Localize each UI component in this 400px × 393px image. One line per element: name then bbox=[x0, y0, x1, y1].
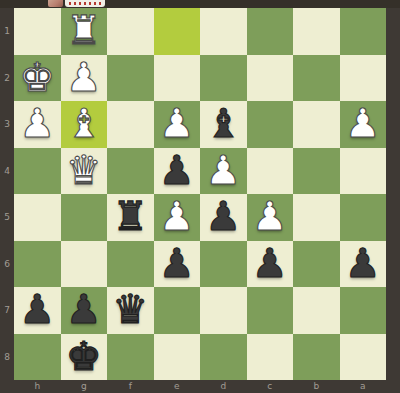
square-f5[interactable]: ♜ bbox=[107, 194, 154, 241]
square-g2[interactable]: ♟ bbox=[61, 55, 108, 102]
square-b7[interactable] bbox=[293, 287, 340, 334]
square-g1[interactable]: ♜ bbox=[61, 8, 108, 55]
square-f4[interactable] bbox=[107, 148, 154, 195]
white-pawn-c5[interactable]: ♟ bbox=[252, 196, 288, 236]
square-f6[interactable] bbox=[107, 241, 154, 288]
square-b4[interactable] bbox=[293, 148, 340, 195]
square-c2[interactable] bbox=[247, 55, 294, 102]
player-avatar-icon[interactable] bbox=[48, 0, 63, 7]
black-bishop-d3[interactable]: ♝ bbox=[205, 103, 241, 143]
player-clock-badge bbox=[65, 0, 105, 7]
square-e6[interactable]: ♟ bbox=[154, 241, 201, 288]
white-pawn-e3[interactable]: ♟ bbox=[159, 103, 195, 143]
file-label-h: h bbox=[14, 380, 61, 393]
rank-label-1: 1 bbox=[0, 8, 14, 55]
square-c5[interactable]: ♟ bbox=[247, 194, 294, 241]
square-e4[interactable]: ♟ bbox=[154, 148, 201, 195]
file-coordinates: hgfedcba bbox=[0, 380, 400, 393]
square-d1[interactable] bbox=[200, 8, 247, 55]
board-right-frame bbox=[386, 8, 400, 380]
square-c3[interactable] bbox=[247, 101, 294, 148]
clock-digits bbox=[69, 2, 101, 5]
file-label-c: c bbox=[247, 380, 294, 393]
square-e1[interactable] bbox=[154, 8, 201, 55]
square-a8[interactable] bbox=[340, 334, 387, 381]
square-a2[interactable] bbox=[340, 55, 387, 102]
square-g5[interactable] bbox=[61, 194, 108, 241]
file-label-d: d bbox=[200, 380, 247, 393]
square-h4[interactable] bbox=[14, 148, 61, 195]
square-h5[interactable] bbox=[14, 194, 61, 241]
white-pawn-g2[interactable]: ♟ bbox=[66, 57, 102, 97]
file-label-e: e bbox=[154, 380, 201, 393]
square-b2[interactable] bbox=[293, 55, 340, 102]
file-label-a: a bbox=[340, 380, 387, 393]
square-a6[interactable]: ♟ bbox=[340, 241, 387, 288]
square-a1[interactable] bbox=[340, 8, 387, 55]
file-label-g: g bbox=[61, 380, 108, 393]
square-h1[interactable] bbox=[14, 8, 61, 55]
black-pawn-a6[interactable]: ♟ bbox=[345, 243, 381, 283]
square-c6[interactable]: ♟ bbox=[247, 241, 294, 288]
white-king-h2[interactable]: ♚ bbox=[19, 57, 55, 97]
black-pawn-c6[interactable]: ♟ bbox=[252, 243, 288, 283]
rank-coordinates: 12345678 bbox=[0, 8, 14, 380]
white-pawn-a3[interactable]: ♟ bbox=[345, 103, 381, 143]
rank-label-4: 4 bbox=[0, 148, 14, 195]
square-f3[interactable] bbox=[107, 101, 154, 148]
square-h8[interactable] bbox=[14, 334, 61, 381]
square-e2[interactable] bbox=[154, 55, 201, 102]
white-pawn-e5[interactable]: ♟ bbox=[159, 196, 195, 236]
square-b3[interactable] bbox=[293, 101, 340, 148]
square-e3[interactable]: ♟ bbox=[154, 101, 201, 148]
square-g6[interactable] bbox=[61, 241, 108, 288]
white-bishop-g3[interactable]: ♝ bbox=[66, 103, 102, 143]
square-e5[interactable]: ♟ bbox=[154, 194, 201, 241]
black-pawn-g7[interactable]: ♟ bbox=[66, 289, 102, 329]
square-b1[interactable] bbox=[293, 8, 340, 55]
square-c4[interactable] bbox=[247, 148, 294, 195]
square-c8[interactable] bbox=[247, 334, 294, 381]
square-g7[interactable]: ♟ bbox=[61, 287, 108, 334]
square-e8[interactable] bbox=[154, 334, 201, 381]
file-label-b: b bbox=[293, 380, 340, 393]
square-h2[interactable]: ♚ bbox=[14, 55, 61, 102]
top-bar bbox=[0, 0, 400, 8]
white-pawn-h3[interactable]: ♟ bbox=[19, 103, 55, 143]
square-g3[interactable]: ♝ bbox=[61, 101, 108, 148]
square-f1[interactable] bbox=[107, 8, 154, 55]
square-d7[interactable] bbox=[200, 287, 247, 334]
square-g4[interactable]: ♛ bbox=[61, 148, 108, 195]
chess-board[interactable]: ♜♚♟♟♝♟♝♟♛♟♟♜♟♟♟♟♟♟♟♟♛♚ bbox=[14, 8, 386, 380]
square-b6[interactable] bbox=[293, 241, 340, 288]
rank-label-5: 5 bbox=[0, 194, 14, 241]
square-h3[interactable]: ♟ bbox=[14, 101, 61, 148]
black-pawn-d5[interactable]: ♟ bbox=[205, 196, 241, 236]
square-a5[interactable] bbox=[340, 194, 387, 241]
file-label-f: f bbox=[107, 380, 154, 393]
square-d4[interactable]: ♟ bbox=[200, 148, 247, 195]
square-a7[interactable] bbox=[340, 287, 387, 334]
square-c1[interactable] bbox=[247, 8, 294, 55]
rank-label-2: 2 bbox=[0, 55, 14, 102]
square-d2[interactable] bbox=[200, 55, 247, 102]
square-h6[interactable] bbox=[14, 241, 61, 288]
square-a3[interactable]: ♟ bbox=[340, 101, 387, 148]
square-h7[interactable]: ♟ bbox=[14, 287, 61, 334]
white-pawn-d4[interactable]: ♟ bbox=[205, 150, 241, 190]
black-queen-f7[interactable]: ♛ bbox=[112, 289, 148, 329]
square-f8[interactable] bbox=[107, 334, 154, 381]
square-f2[interactable] bbox=[107, 55, 154, 102]
rank-label-6: 6 bbox=[0, 241, 14, 288]
square-e7[interactable] bbox=[154, 287, 201, 334]
square-c7[interactable] bbox=[247, 287, 294, 334]
square-d8[interactable] bbox=[200, 334, 247, 381]
black-rook-f5[interactable]: ♜ bbox=[112, 196, 148, 236]
rank-label-7: 7 bbox=[0, 287, 14, 334]
square-f7[interactable]: ♛ bbox=[107, 287, 154, 334]
white-queen-g4[interactable]: ♛ bbox=[66, 150, 102, 190]
square-d6[interactable] bbox=[200, 241, 247, 288]
square-b8[interactable] bbox=[293, 334, 340, 381]
black-pawn-e6[interactable]: ♟ bbox=[159, 243, 195, 283]
square-d5[interactable]: ♟ bbox=[200, 194, 247, 241]
square-g8[interactable]: ♚ bbox=[61, 334, 108, 381]
rank-label-3: 3 bbox=[0, 101, 14, 148]
black-pawn-e4[interactable]: ♟ bbox=[159, 150, 195, 190]
white-rook-g1[interactable]: ♜ bbox=[66, 10, 102, 50]
square-a4[interactable] bbox=[340, 148, 387, 195]
rank-label-8: 8 bbox=[0, 334, 14, 381]
square-d3[interactable]: ♝ bbox=[200, 101, 247, 148]
black-king-g8[interactable]: ♚ bbox=[66, 336, 102, 376]
black-pawn-h7[interactable]: ♟ bbox=[19, 289, 55, 329]
square-b5[interactable] bbox=[293, 194, 340, 241]
